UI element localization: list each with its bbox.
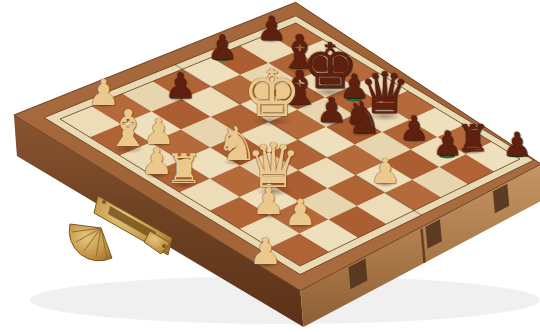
chess-set-photo: ♚♛♜♝♞♟♟♟♟♟♟♟♚♛♜♝♝♞♟♟♟♟♟♟♟♟	[0, 0, 540, 332]
piece-white-pawn[interactable]: ♟	[370, 157, 401, 189]
piece-black-pawn-on-rim[interactable]: ♟	[502, 129, 532, 159]
piece-black-pawn[interactable]: ♟	[207, 32, 237, 63]
piece-white-pawn[interactable]: ♟	[249, 235, 282, 269]
piece-white-pawn[interactable]: ♟	[284, 196, 316, 229]
piece-white-pawn[interactable]: ♟	[252, 185, 285, 219]
piece-black-knight[interactable]: ♞	[343, 97, 382, 137]
piece-black-pawn[interactable]: ♟	[164, 71, 196, 104]
piece-white-king[interactable]: ♚	[243, 65, 302, 126]
piece-white-rook[interactable]: ♜	[166, 151, 203, 189]
piece-black-pawn[interactable]: ♟	[432, 129, 462, 160]
piece-black-pawn[interactable]: ♟	[399, 114, 429, 145]
